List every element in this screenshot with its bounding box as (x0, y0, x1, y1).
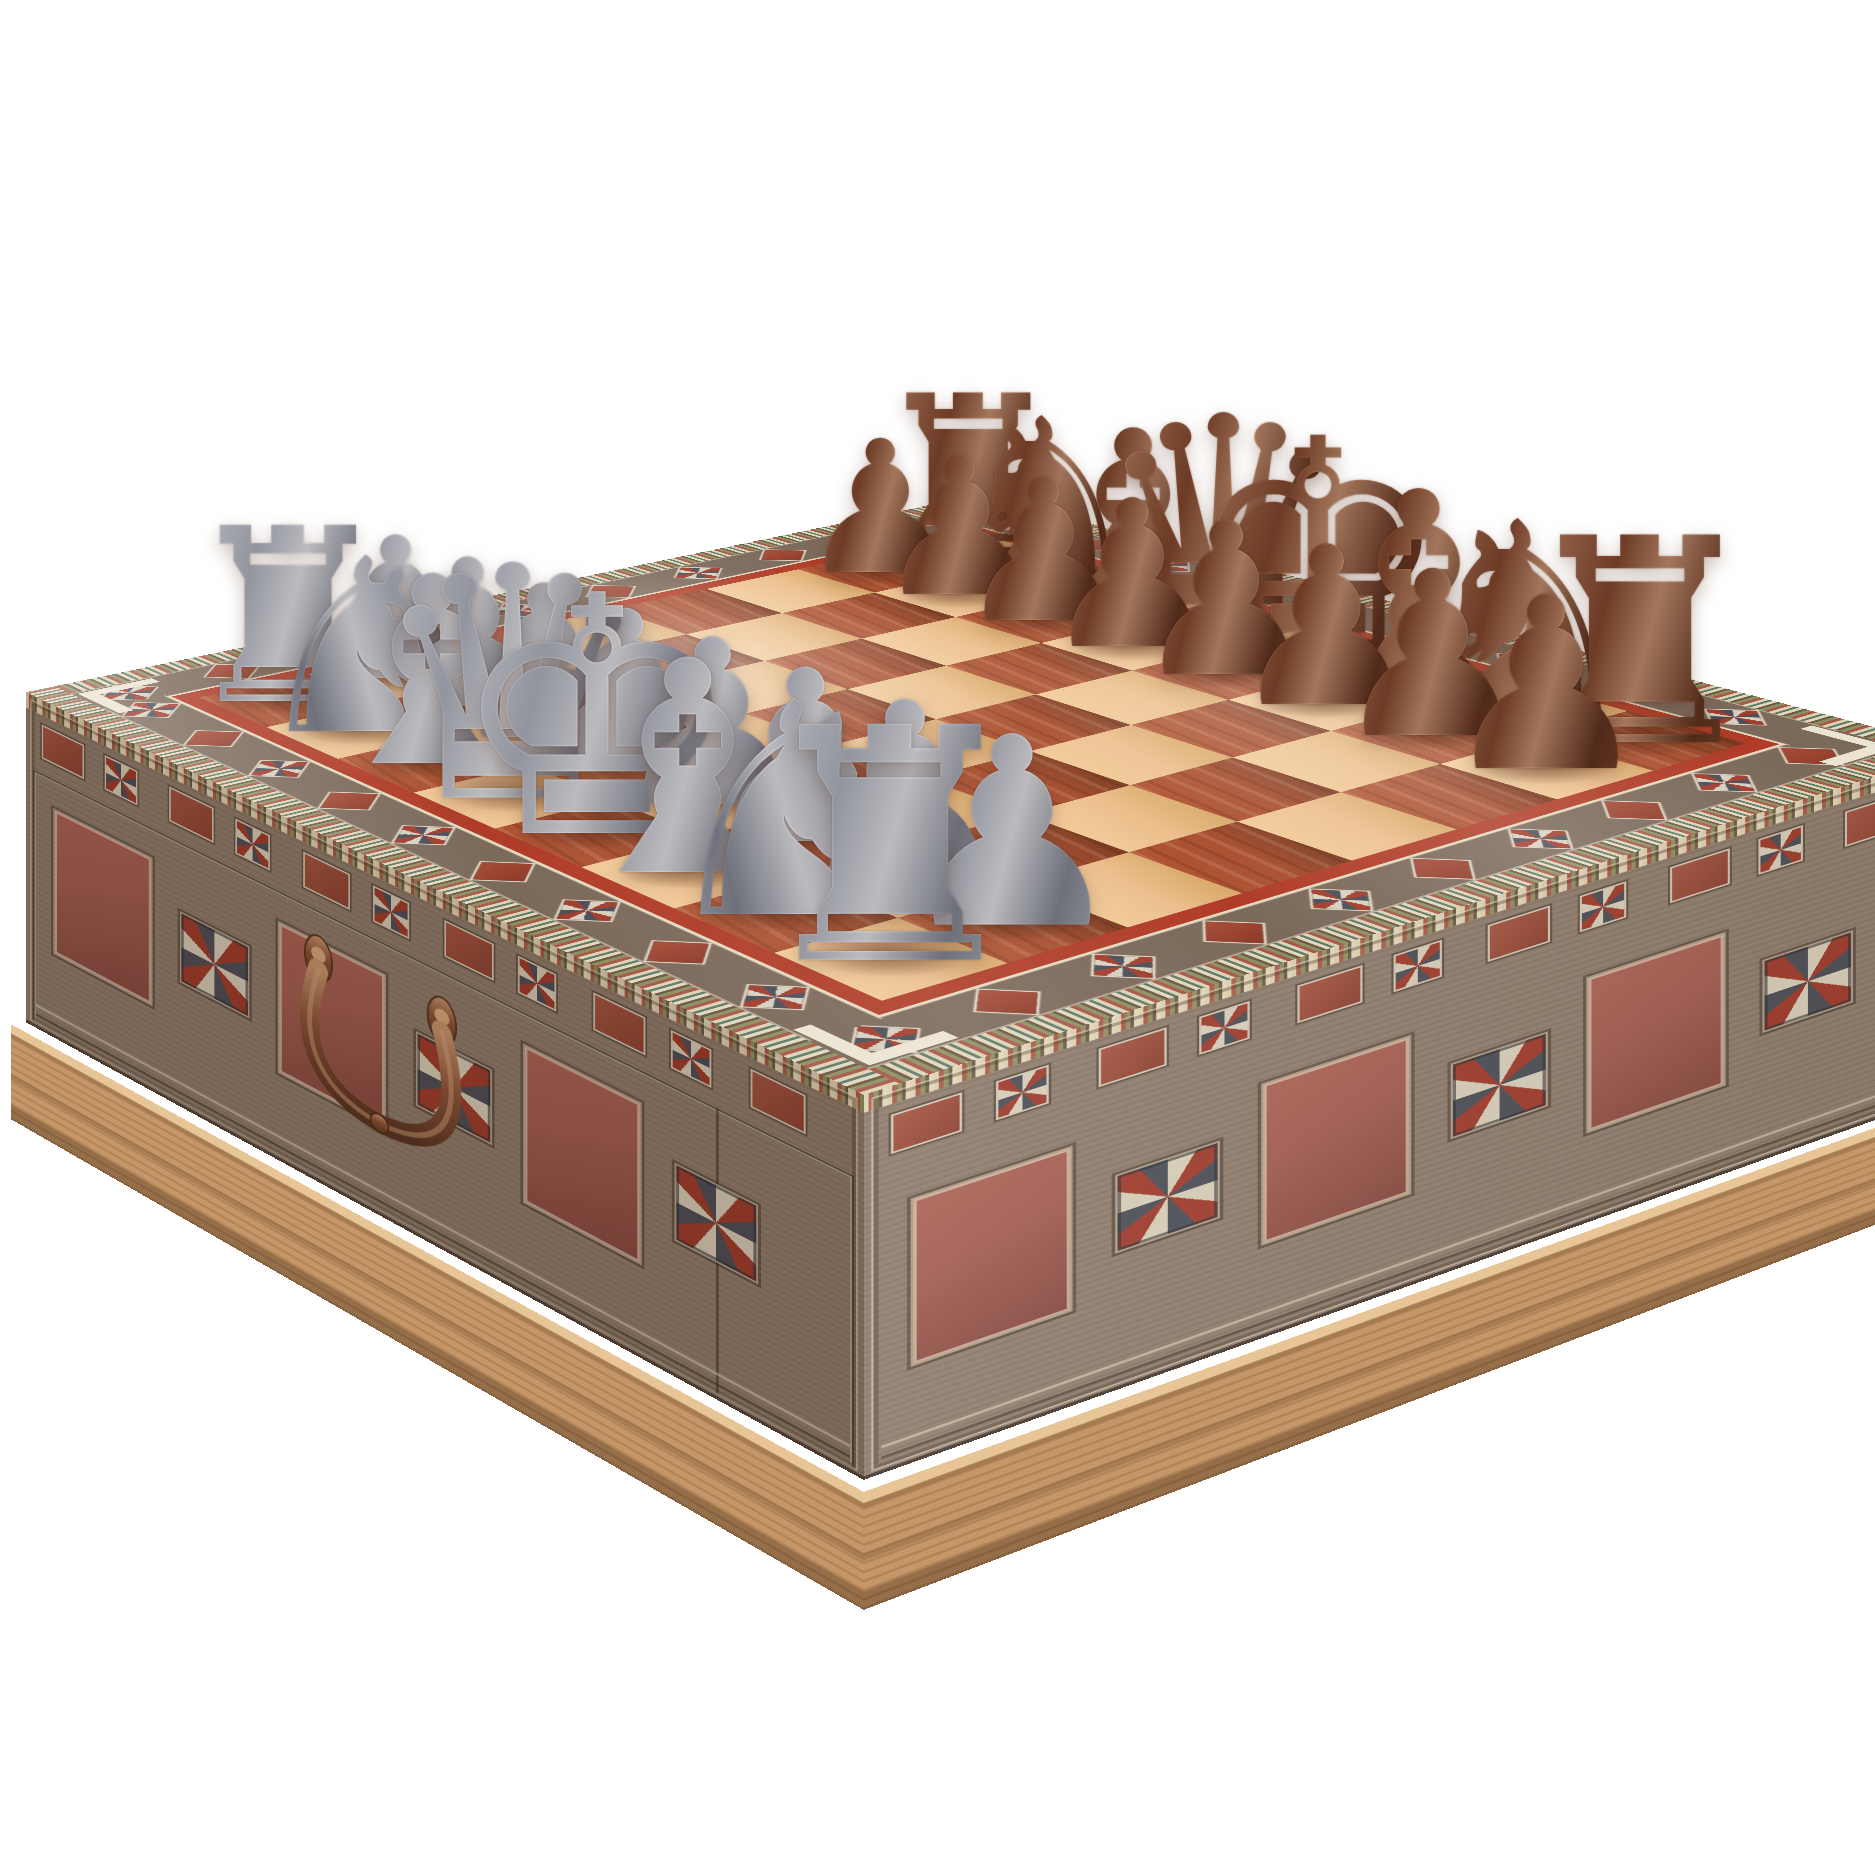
inlay-star-panel (1118, 1143, 1218, 1251)
inlay-red-panel (1263, 1037, 1409, 1243)
inlay-red-tile (595, 995, 643, 1053)
inlay-star-tile (106, 757, 136, 803)
inlay-red-tile (305, 854, 349, 908)
inlay-star-tile (1201, 1003, 1247, 1052)
inlay-red-tile (171, 789, 212, 841)
inlay-red-tile (893, 1095, 959, 1152)
inlay-red-tile (1300, 967, 1361, 1020)
inlay-red-tile (446, 922, 492, 978)
inlay-star-tile (237, 821, 268, 868)
inlay-star-tile (1396, 942, 1440, 990)
inlay-star-tile (1582, 884, 1624, 930)
chess-box-scene: ♜♞♝♛♚♝♞♜♟♟♟♟♟♟♟♟♟♟♟♟♟♟♟♟♜♞♝♛♚♝♞♜ (0, 0, 1875, 1875)
inlay-red-tile (1101, 1030, 1164, 1085)
inlay-star-tile (673, 1033, 710, 1086)
mosaic-star-diamond (1312, 890, 1371, 911)
product-photo-stage: ♜♞♝♛♚♝♞♜♟♟♟♟♟♟♟♟♟♟♟♟♟♟♟♟♜♞♝♛♚♝♞♜ (0, 0, 1875, 1875)
inlay-red-panel (913, 1148, 1070, 1364)
inlay-red-tile (1672, 851, 1728, 901)
inlay-star-panel (1765, 932, 1851, 1030)
inlay-star-tile (375, 888, 408, 937)
piece-black-pawn-h7[interactable]: ♟ (1439, 576, 1653, 796)
mosaic-red-diamond (1413, 859, 1472, 879)
inlay-red-panel (1588, 934, 1723, 1131)
inlay-star-tile (520, 958, 555, 1009)
piece-white-rook-h1[interactable]: ♜ (745, 699, 1035, 996)
inlay-red-tile (1490, 908, 1548, 960)
inlay-star-panel (1453, 1034, 1546, 1137)
inlay-red-tile (1847, 796, 1875, 845)
mosaic-red-diamond (1206, 922, 1264, 944)
inlay-star-tile (1760, 827, 1800, 872)
mosaic-star-diamond (1511, 830, 1571, 849)
inlay-star-tile (998, 1067, 1046, 1118)
inlay-red-tile (43, 727, 82, 777)
